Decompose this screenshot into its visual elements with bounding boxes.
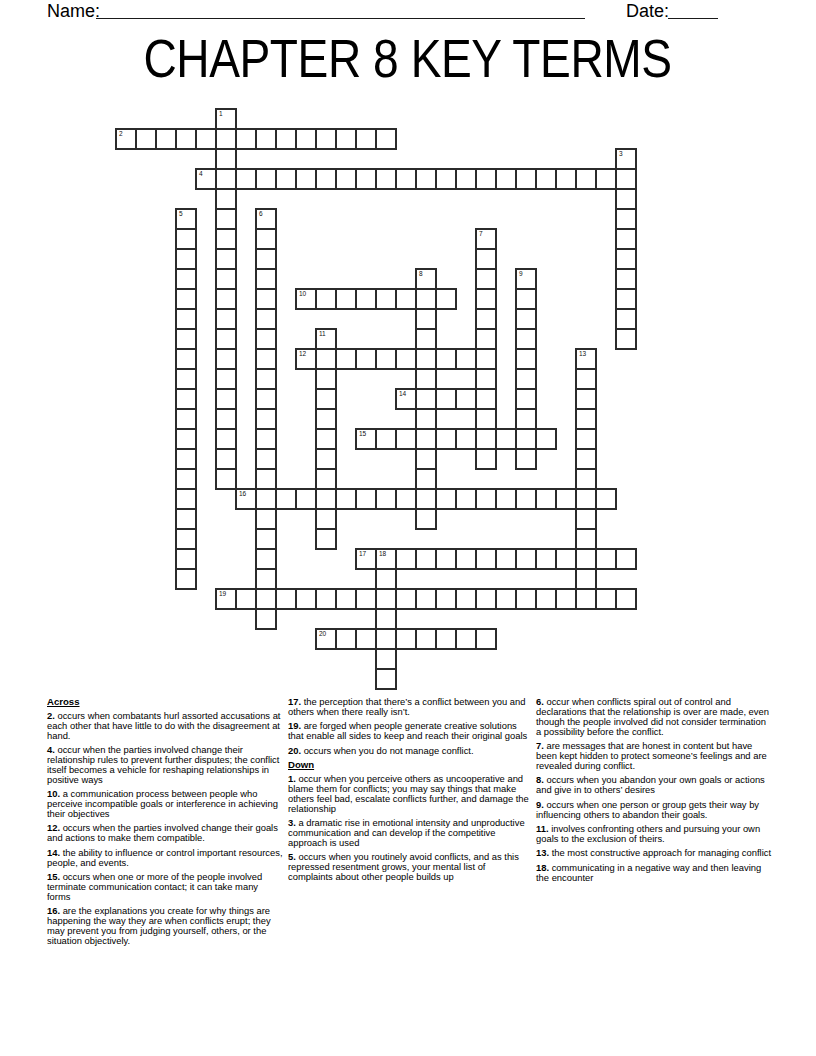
grid-cell[interactable] <box>515 368 537 390</box>
grid-cell[interactable] <box>255 248 277 270</box>
grid-cell[interactable] <box>175 388 197 410</box>
grid-cell[interactable] <box>255 568 277 590</box>
grid-cell[interactable] <box>415 408 437 430</box>
clue-2: 2. occurs when combatants hurl assorted … <box>47 711 284 741</box>
grid-cell[interactable] <box>515 388 537 410</box>
grid-cell[interactable] <box>395 168 417 190</box>
name-line[interactable] <box>96 2 585 19</box>
grid-cell[interactable] <box>475 588 497 610</box>
grid-cell[interactable] <box>255 588 277 610</box>
grid-cell[interactable] <box>515 428 537 450</box>
cell-number: 2 <box>119 130 122 137</box>
grid-cell[interactable] <box>535 428 557 450</box>
grid-cell[interactable]: 14 <box>395 388 417 410</box>
grid-cell[interactable] <box>495 488 517 510</box>
grid-cell[interactable] <box>315 288 337 310</box>
grid-cell[interactable] <box>575 508 597 530</box>
cell-number: 6 <box>259 210 262 217</box>
grid-cell[interactable]: 9 <box>515 268 537 290</box>
grid-cell[interactable] <box>415 548 437 570</box>
grid-cell[interactable] <box>375 588 397 610</box>
grid-cell[interactable] <box>315 168 337 190</box>
date-line[interactable] <box>668 2 718 19</box>
grid-cell[interactable] <box>415 288 437 310</box>
grid-cell[interactable] <box>615 268 637 290</box>
grid-cell[interactable]: 16 <box>235 488 257 510</box>
grid-cell[interactable] <box>215 128 237 150</box>
clue-5: 5. occurs when you routinely avoid confl… <box>288 852 530 882</box>
grid-cell[interactable] <box>215 468 237 490</box>
grid-cell[interactable] <box>315 408 337 430</box>
grid-cell[interactable] <box>515 588 537 610</box>
cell-number: 19 <box>219 590 226 597</box>
grid-cell[interactable] <box>495 588 517 610</box>
grid-cell[interactable] <box>215 428 237 450</box>
grid-cell[interactable] <box>515 448 537 470</box>
grid-cell[interactable] <box>175 448 197 470</box>
grid-cell[interactable] <box>475 448 497 470</box>
grid-cell[interactable] <box>535 588 557 610</box>
grid-cell[interactable]: 19 <box>215 588 237 610</box>
grid-cell[interactable] <box>395 428 417 450</box>
grid-cell[interactable] <box>175 508 197 530</box>
grid-cell[interactable] <box>375 648 397 670</box>
cell-number: 20 <box>319 630 326 637</box>
grid-cell[interactable] <box>435 168 457 190</box>
clue-9: 9. occurs when one person or group gets … <box>536 800 773 820</box>
grid-cell[interactable] <box>175 128 197 150</box>
grid-cell[interactable]: 17 <box>355 548 377 570</box>
grid-cell[interactable] <box>475 628 497 650</box>
grid-cell[interactable]: 3 <box>615 148 637 170</box>
clue-11: 11. involves confronting others and purs… <box>536 824 773 844</box>
grid-cell[interactable] <box>415 488 437 510</box>
grid-cell[interactable]: 18 <box>375 548 397 570</box>
clue-3: 3. a dramatic rise in emotional intensit… <box>288 818 530 848</box>
grid-cell[interactable] <box>175 548 197 570</box>
grid-cell[interactable] <box>555 548 577 570</box>
grid-cell[interactable]: 1 <box>215 108 237 130</box>
grid-cell[interactable]: 11 <box>315 328 337 350</box>
grid-cell[interactable] <box>255 308 277 330</box>
name-label: Name: <box>47 1 100 21</box>
grid-cell[interactable] <box>215 448 237 470</box>
grid-cell[interactable] <box>515 488 537 510</box>
grid-cell[interactable] <box>395 348 417 370</box>
clue-8: 8. occurs when you abandon your own goal… <box>536 775 773 795</box>
grid-cell[interactable] <box>415 628 437 650</box>
grid-cell[interactable] <box>255 368 277 390</box>
cell-number: 1 <box>219 110 222 117</box>
grid-cell[interactable] <box>355 588 377 610</box>
grid-cell[interactable]: 7 <box>475 228 497 250</box>
cell-number: 13 <box>579 350 586 357</box>
grid-cell[interactable] <box>255 608 277 630</box>
grid-cell[interactable] <box>375 628 397 650</box>
grid-cell[interactable] <box>435 428 457 450</box>
grid-cell[interactable] <box>315 468 337 490</box>
grid-cell[interactable] <box>295 588 317 610</box>
grid-cell[interactable] <box>175 288 197 310</box>
grid-cell[interactable] <box>395 288 417 310</box>
grid-cell[interactable] <box>475 548 497 570</box>
grid-cell[interactable] <box>475 308 497 330</box>
grid-cell[interactable] <box>415 448 437 470</box>
cell-number: 12 <box>299 350 306 357</box>
grid-cell[interactable] <box>475 388 497 410</box>
grid-cell[interactable] <box>575 468 597 490</box>
clue-16: 16. are the explanations you create for … <box>47 906 284 946</box>
grid-cell[interactable] <box>315 588 337 610</box>
grid-cell[interactable] <box>615 168 637 190</box>
grid-cell[interactable] <box>535 488 557 510</box>
grid-cell[interactable] <box>235 128 257 150</box>
cell-number: 16 <box>239 490 246 497</box>
grid-cell[interactable] <box>515 308 537 330</box>
grid-cell[interactable] <box>575 428 597 450</box>
grid-cell[interactable] <box>375 348 397 370</box>
grid-cell[interactable] <box>395 628 417 650</box>
grid-cell[interactable] <box>575 448 597 470</box>
grid-cell[interactable] <box>215 368 237 390</box>
grid-cell[interactable] <box>175 408 197 430</box>
grid-cell[interactable] <box>175 468 197 490</box>
grid-cell[interactable] <box>395 588 417 610</box>
grid-cell[interactable]: 13 <box>575 348 597 370</box>
worksheet-page: Name: Date: CHAPTER 8 KEY TERMS 12345678… <box>0 0 816 1056</box>
grid-cell[interactable] <box>315 128 337 150</box>
grid-cell[interactable]: 20 <box>315 628 337 650</box>
grid-cell[interactable] <box>175 368 197 390</box>
grid-cell[interactable] <box>435 288 457 310</box>
grid-cell[interactable] <box>255 168 277 190</box>
grid-cell[interactable] <box>455 388 477 410</box>
grid-cell[interactable] <box>455 348 477 370</box>
grid-cell[interactable] <box>255 488 277 510</box>
grid-cell[interactable] <box>435 588 457 610</box>
clue-6: 6. occur when conflicts spiral out of co… <box>536 697 773 737</box>
grid-cell[interactable] <box>215 208 237 230</box>
cell-number: 10 <box>299 290 306 297</box>
grid-cell[interactable] <box>215 268 237 290</box>
grid-cell[interactable] <box>215 148 237 170</box>
cell-number: 4 <box>199 170 202 177</box>
grid-cell[interactable] <box>475 408 497 430</box>
grid-cell[interactable] <box>215 348 237 370</box>
grid-cell[interactable] <box>175 308 197 330</box>
date-label: Date: <box>626 1 669 21</box>
grid-cell[interactable] <box>275 588 297 610</box>
clue-4: 4. occur when the parties involved chang… <box>47 745 284 785</box>
grid-cell[interactable] <box>415 168 437 190</box>
grid-cell[interactable] <box>415 508 437 530</box>
grid-cell[interactable] <box>295 128 317 150</box>
grid-cell[interactable] <box>375 428 397 450</box>
grid-cell[interactable] <box>455 488 477 510</box>
grid-cell[interactable] <box>255 448 277 470</box>
grid-cell[interactable] <box>415 468 437 490</box>
grid-cell[interactable] <box>215 168 237 190</box>
grid-cell[interactable] <box>255 348 277 370</box>
grid-cell[interactable] <box>315 488 337 510</box>
grid-cell[interactable] <box>335 128 357 150</box>
grid-cell[interactable] <box>615 588 637 610</box>
grid-cell[interactable] <box>455 428 477 450</box>
grid-cell[interactable] <box>375 608 397 630</box>
grid-cell[interactable] <box>315 528 337 550</box>
grid-cell[interactable]: 15 <box>355 428 377 450</box>
grid-cell[interactable] <box>415 368 437 390</box>
grid-cell[interactable] <box>615 308 637 330</box>
grid-cell[interactable] <box>615 248 637 270</box>
grid-cell[interactable] <box>255 428 277 450</box>
grid-cell[interactable]: 5 <box>175 208 197 230</box>
cell-number: 17 <box>359 550 366 557</box>
grid-cell[interactable] <box>215 188 237 210</box>
grid-cell[interactable]: 6 <box>255 208 277 230</box>
grid-cell[interactable] <box>615 328 637 350</box>
grid-cell[interactable] <box>475 368 497 390</box>
grid-cell[interactable] <box>335 288 357 310</box>
cell-number: 15 <box>359 430 366 437</box>
grid-cell[interactable] <box>255 468 277 490</box>
grid-cell[interactable] <box>455 168 477 190</box>
grid-cell[interactable] <box>575 168 597 190</box>
cell-number: 14 <box>399 390 406 397</box>
grid-cell[interactable] <box>175 528 197 550</box>
grid-cell[interactable] <box>255 288 277 310</box>
grid-cell[interactable] <box>515 348 537 370</box>
grid-cell[interactable] <box>415 328 437 350</box>
grid-cell[interactable] <box>275 488 297 510</box>
down-header: Down <box>288 760 530 770</box>
grid-cell[interactable] <box>575 528 597 550</box>
grid-cell[interactable] <box>515 328 537 350</box>
grid-cell[interactable] <box>315 508 337 530</box>
grid-cell[interactable] <box>515 168 537 190</box>
grid-cell[interactable] <box>475 328 497 350</box>
grid-cell[interactable] <box>415 308 437 330</box>
grid-cell[interactable] <box>355 488 377 510</box>
grid-cell[interactable] <box>215 308 237 330</box>
grid-cell[interactable] <box>175 248 197 270</box>
grid-cell[interactable] <box>515 548 537 570</box>
clues-column-middle: 17. the perception that there’s a confli… <box>288 697 530 887</box>
grid-cell[interactable] <box>235 168 257 190</box>
clue-14: 14. the ability to influence or control … <box>47 848 284 868</box>
grid-cell[interactable] <box>375 668 397 690</box>
grid-cell[interactable] <box>455 628 477 650</box>
clue-1: 1. occur when you perceive others as unc… <box>288 774 530 814</box>
grid-cell[interactable] <box>215 388 237 410</box>
grid-cell[interactable] <box>335 588 357 610</box>
grid-cell[interactable] <box>415 428 437 450</box>
grid-cell[interactable] <box>255 128 277 150</box>
grid-cell[interactable] <box>135 128 157 150</box>
grid-cell[interactable] <box>175 568 197 590</box>
clue-19: 19. are forged when people generate crea… <box>288 721 530 741</box>
clue-20: 20. occurs when you do not manage confli… <box>288 746 530 756</box>
page-title: CHAPTER 8 KEY TERMS <box>0 31 816 87</box>
grid-cell[interactable] <box>455 548 477 570</box>
grid-cell[interactable] <box>315 348 337 370</box>
grid-cell[interactable] <box>415 388 437 410</box>
grid-cell[interactable] <box>575 548 597 570</box>
grid-cell[interactable] <box>475 248 497 270</box>
grid-cell[interactable] <box>555 168 577 190</box>
clue-15: 15. occurs when one or more of the peopl… <box>47 872 284 902</box>
cell-number: 9 <box>519 270 522 277</box>
grid-cell[interactable] <box>515 408 537 430</box>
crossword-grid: 1234567891011121314151617181920 <box>116 109 638 691</box>
grid-cell[interactable]: 2 <box>115 128 137 150</box>
across-header: Across <box>47 697 284 707</box>
grid-cell[interactable] <box>395 548 417 570</box>
grid-cell[interactable] <box>615 188 637 210</box>
cell-number: 8 <box>419 270 422 277</box>
clue-18: 18. communicating in a negative way and … <box>536 863 773 883</box>
grid-cell[interactable] <box>335 348 357 370</box>
grid-cell[interactable] <box>375 568 397 590</box>
grid-cell[interactable] <box>555 488 577 510</box>
grid-cell[interactable] <box>435 388 457 410</box>
grid-cell[interactable] <box>355 348 377 370</box>
grid-cell[interactable] <box>255 508 277 530</box>
grid-cell[interactable] <box>555 588 577 610</box>
grid-cell[interactable] <box>295 168 317 190</box>
clue-7: 7. are messages that are honest in conte… <box>536 741 773 771</box>
grid-cell[interactable] <box>495 168 517 190</box>
cell-number: 18 <box>379 550 386 557</box>
grid-cell[interactable] <box>335 488 357 510</box>
grid-cell[interactable] <box>315 428 337 450</box>
grid-cell[interactable] <box>175 348 197 370</box>
clues-column-right: 6. occur when conflicts spiral out of co… <box>536 697 773 887</box>
grid-cell[interactable]: 12 <box>295 348 317 370</box>
grid-cell[interactable]: 8 <box>415 268 437 290</box>
grid-cell[interactable] <box>435 348 457 370</box>
grid-cell[interactable] <box>475 268 497 290</box>
grid-cell[interactable] <box>535 548 557 570</box>
clue-10: 10. a communication process between peop… <box>47 789 284 819</box>
grid-cell[interactable] <box>255 408 277 430</box>
grid-cell[interactable] <box>395 488 417 510</box>
cell-number: 5 <box>179 210 182 217</box>
grid-cell[interactable] <box>435 548 457 570</box>
grid-cell[interactable] <box>335 628 357 650</box>
clue-12: 12. occurs when the parties involved cha… <box>47 823 284 843</box>
grid-cell[interactable] <box>415 588 437 610</box>
grid-cell[interactable]: 4 <box>195 168 217 190</box>
grid-cell[interactable] <box>255 548 277 570</box>
grid-cell[interactable] <box>575 368 597 390</box>
grid-cell[interactable] <box>315 368 337 390</box>
grid-cell[interactable] <box>255 268 277 290</box>
grid-cell[interactable] <box>615 288 637 310</box>
grid-cell[interactable] <box>435 488 457 510</box>
grid-cell[interactable] <box>215 248 237 270</box>
grid-cell[interactable] <box>255 528 277 550</box>
grid-cell[interactable] <box>175 428 197 450</box>
cell-number: 3 <box>619 150 622 157</box>
grid-cell[interactable] <box>355 288 377 310</box>
grid-cell[interactable] <box>355 128 377 150</box>
grid-cell[interactable] <box>375 128 397 150</box>
grid-cell[interactable] <box>615 208 637 230</box>
grid-cell[interactable] <box>495 428 517 450</box>
grid-cell[interactable] <box>535 168 557 190</box>
grid-cell[interactable] <box>375 488 397 510</box>
clues-column-left: Across2. occurs when combatants hurl ass… <box>47 697 284 950</box>
grid-cell[interactable] <box>595 588 617 610</box>
grid-cell[interactable] <box>215 328 237 350</box>
grid-cell[interactable] <box>215 228 237 250</box>
grid-cell[interactable] <box>215 408 237 430</box>
grid-cell[interactable] <box>195 128 217 150</box>
cell-number: 7 <box>479 230 482 237</box>
grid-cell[interactable] <box>435 628 457 650</box>
grid-cell[interactable] <box>175 488 197 510</box>
grid-cell[interactable] <box>475 428 497 450</box>
grid-cell[interactable] <box>215 288 237 310</box>
grid-cell[interactable] <box>575 568 597 590</box>
grid-cell[interactable] <box>595 488 617 510</box>
grid-cell[interactable] <box>155 128 177 150</box>
grid-cell[interactable] <box>175 328 197 350</box>
grid-cell[interactable] <box>335 168 357 190</box>
grid-cell[interactable] <box>255 228 277 250</box>
clue-13: 13. the most constructive approach for m… <box>536 848 773 858</box>
grid-cell[interactable] <box>175 268 197 290</box>
grid-cell[interactable] <box>175 228 197 250</box>
grid-cell[interactable] <box>315 388 337 410</box>
grid-cell[interactable] <box>575 588 597 610</box>
grid-cell[interactable] <box>315 448 337 470</box>
grid-cell[interactable] <box>475 288 497 310</box>
grid-cell[interactable] <box>355 168 377 190</box>
grid-cell[interactable] <box>475 488 497 510</box>
grid-cell[interactable] <box>515 288 537 310</box>
grid-cell[interactable] <box>595 548 617 570</box>
grid-cell[interactable] <box>255 328 277 350</box>
grid-cell[interactable] <box>275 128 297 150</box>
grid-cell[interactable] <box>275 168 297 190</box>
grid-cell[interactable] <box>355 628 377 650</box>
grid-cell[interactable] <box>575 388 597 410</box>
grid-cell[interactable] <box>375 168 397 190</box>
cell-number: 11 <box>319 330 325 337</box>
grid-cell[interactable] <box>455 588 477 610</box>
grid-cell[interactable] <box>475 168 497 190</box>
grid-cell[interactable] <box>615 228 637 250</box>
clue-17: 17. the perception that there’s a confli… <box>288 697 530 717</box>
grid-cell[interactable] <box>595 168 617 190</box>
grid-cell[interactable] <box>615 548 637 570</box>
grid-cell[interactable] <box>575 488 597 510</box>
grid-cell[interactable] <box>255 388 277 410</box>
grid-cell[interactable] <box>475 348 497 370</box>
grid-cell[interactable] <box>375 288 397 310</box>
grid-cell[interactable] <box>235 588 257 610</box>
grid-cell[interactable]: 10 <box>295 288 317 310</box>
grid-cell[interactable] <box>495 548 517 570</box>
grid-cell[interactable] <box>295 488 317 510</box>
grid-cell[interactable] <box>415 348 437 370</box>
grid-cell[interactable] <box>575 408 597 430</box>
